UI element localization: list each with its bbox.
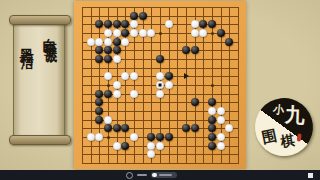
stone-white xyxy=(104,72,112,80)
stone-black xyxy=(139,12,147,20)
stone-white xyxy=(191,20,199,28)
stone-white xyxy=(147,150,155,158)
toggle-text-dash xyxy=(159,174,172,176)
stone-black xyxy=(191,98,199,106)
stone-white xyxy=(104,116,112,124)
stone-black xyxy=(95,46,103,54)
stone-white xyxy=(104,29,112,37)
bar-text-dash xyxy=(137,174,147,176)
stone-white xyxy=(121,38,129,46)
stone-black xyxy=(104,46,112,54)
stone-white xyxy=(147,142,155,150)
black-player-name: 柯洁 xyxy=(20,41,35,49)
stone-white xyxy=(87,38,95,46)
stone-black xyxy=(95,55,103,63)
grid-line-v xyxy=(177,7,178,164)
grid-line-h xyxy=(82,163,239,164)
stone-white xyxy=(130,90,138,98)
stone-black xyxy=(156,55,164,63)
stone-black xyxy=(95,107,103,115)
stone-white xyxy=(121,72,129,80)
logo-char-main: 九 xyxy=(284,104,305,125)
stone-black xyxy=(208,116,216,124)
stone-white xyxy=(156,142,164,150)
stone-white xyxy=(130,20,138,28)
stone-black xyxy=(165,72,173,80)
logo-char-wei: 围 xyxy=(261,128,279,146)
white-player-column: 白李钦诚 xyxy=(41,27,59,43)
stone-black xyxy=(217,29,225,37)
stone-white xyxy=(87,133,95,141)
stone-black xyxy=(121,124,129,132)
grid-line-v xyxy=(238,7,239,164)
player-name-scroll: 白李钦诚 黑柯洁 xyxy=(9,15,69,145)
stone-black xyxy=(95,98,103,106)
stone-white xyxy=(104,38,112,46)
stone-black xyxy=(156,133,164,141)
logo-char-qi: 棋 xyxy=(279,133,295,149)
stone-black xyxy=(95,90,103,98)
stone-white xyxy=(208,107,216,115)
stone-black xyxy=(225,38,233,46)
grid-line-v xyxy=(229,7,230,164)
last-move-marker xyxy=(158,83,161,86)
stone-white xyxy=(113,81,121,89)
logo-char-small: 小 xyxy=(273,104,285,116)
stone-black xyxy=(104,20,112,28)
stone-white xyxy=(217,142,225,150)
hoshi-point xyxy=(211,84,214,87)
stone-black xyxy=(208,98,216,106)
stone-black xyxy=(113,20,121,28)
stone-black xyxy=(208,142,216,150)
stone-white xyxy=(95,133,103,141)
stone-black xyxy=(182,46,190,54)
stone-white xyxy=(199,29,207,37)
channel-logo: 小 九 围 棋 xyxy=(252,95,316,159)
black-player-column: 黑柯洁 xyxy=(18,37,36,49)
white-player-name: 李钦诚 xyxy=(43,31,58,43)
scroll-roller-bottom xyxy=(9,135,71,145)
scroll-roller-top xyxy=(9,15,71,25)
annotation-arrow xyxy=(184,73,189,79)
stone-white xyxy=(165,20,173,28)
stone-white xyxy=(165,81,173,89)
toggle-dot-icon xyxy=(152,173,157,178)
grid-line-v xyxy=(186,7,187,164)
stone-black xyxy=(104,55,112,63)
stone-black xyxy=(165,133,173,141)
stone-black xyxy=(130,12,138,20)
grid-line-h xyxy=(82,154,239,155)
toggle-control[interactable] xyxy=(151,172,177,178)
stone-white xyxy=(113,29,121,37)
stone-black xyxy=(121,29,129,37)
stone-black xyxy=(113,38,121,46)
stone-white xyxy=(113,90,121,98)
stone-white xyxy=(113,142,121,150)
bottom-control-bar xyxy=(0,170,320,180)
stone-black xyxy=(191,46,199,54)
stone-black xyxy=(104,90,112,98)
stone-black xyxy=(113,124,121,132)
stone-white xyxy=(156,81,164,89)
hoshi-point xyxy=(159,32,162,35)
ring-icon[interactable] xyxy=(126,172,133,179)
hoshi-point xyxy=(211,32,214,35)
stone-white xyxy=(113,55,121,63)
stone-black xyxy=(121,142,129,150)
stone-white xyxy=(139,29,147,37)
stone-black xyxy=(191,124,199,132)
stone-white xyxy=(156,90,164,98)
stone-white xyxy=(130,29,138,37)
stone-white xyxy=(217,116,225,124)
stone-black xyxy=(121,20,129,28)
stone-black xyxy=(208,20,216,28)
stone-black xyxy=(147,133,155,141)
stone-white xyxy=(95,38,103,46)
stone-black xyxy=(208,124,216,132)
stone-black xyxy=(113,46,121,54)
go-grid xyxy=(82,7,239,164)
stone-black xyxy=(199,20,207,28)
stone-black xyxy=(95,116,103,124)
stone-white xyxy=(225,124,233,132)
video-frame: 白李钦诚 黑柯洁 小 九 围 棋 xyxy=(0,0,320,180)
bar-controls xyxy=(126,172,177,178)
hoshi-point xyxy=(107,84,110,87)
stone-white xyxy=(130,72,138,80)
stone-white xyxy=(130,133,138,141)
go-board xyxy=(74,1,246,169)
stone-white xyxy=(156,72,164,80)
stone-white xyxy=(147,29,155,37)
stone-white xyxy=(217,133,225,141)
stone-black xyxy=(104,124,112,132)
stone-white xyxy=(191,29,199,37)
stone-white xyxy=(217,107,225,115)
fullscreen-icon[interactable] xyxy=(308,173,313,178)
stone-black xyxy=(95,20,103,28)
hoshi-point xyxy=(107,136,110,139)
stone-black xyxy=(182,124,190,132)
stone-black xyxy=(208,133,216,141)
